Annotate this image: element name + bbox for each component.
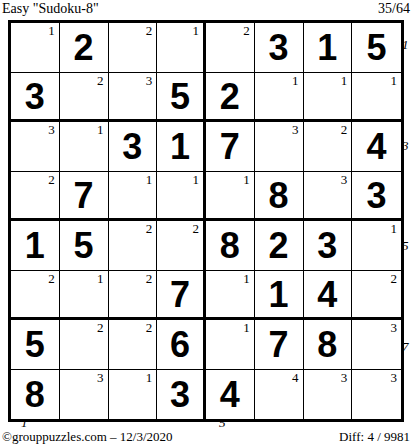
cell-r8c1[interactable]: 8 [11,370,60,420]
cell-r2c5[interactable]: 2 [206,73,255,123]
pencil-mark: 1 [243,320,250,335]
cell-r1c8[interactable]: 5 [352,23,401,73]
cell-r1c4[interactable]: 1 [157,23,206,73]
cell-r8c6[interactable]: 4 [255,370,304,420]
given-digit: 8 [11,370,59,420]
cell-r5c4[interactable]: 2 [157,221,206,271]
cell-r7c7[interactable]: 8 [304,320,353,370]
pencil-mark: 2 [341,122,348,137]
puzzle-title: Easy "Sudoku-8" [2,1,99,16]
given-digit: 7 [157,271,203,318]
difficulty-text: Diff: 4 / 9981 [339,429,410,444]
given-digit: 1 [11,221,59,270]
cell-r3c1[interactable]: 3 [11,122,60,172]
cell-r7c2[interactable]: 2 [60,320,109,370]
cell-r2c8[interactable]: 1 [352,73,401,123]
given-digit: 2 [255,221,303,270]
cell-r6c4[interactable]: 7 [157,271,206,321]
cell-r6c2[interactable]: 1 [60,271,109,321]
pencil-mark: 1 [97,271,104,286]
pencil-mark: 3 [146,73,153,88]
pencil-mark: 1 [243,172,250,187]
column-labels: 15 [8,416,404,430]
cell-r5c7[interactable]: 3 [304,221,353,271]
pencil-mark: 4 [292,370,299,385]
pencil-mark: 1 [146,172,153,187]
cell-r6c5[interactable]: 1 [206,271,255,321]
cell-r5c5[interactable]: 8 [206,221,255,271]
copyright-text: ©grouppuzzles.com – 12/3/2020 [2,429,173,444]
cell-r3c4[interactable]: 1 [157,122,206,172]
cell-r6c1[interactable]: 2 [11,271,60,321]
cell-r8c8[interactable]: 3 [352,370,401,420]
cell-r2c6[interactable]: 1 [255,73,304,123]
cell-r1c7[interactable]: 1 [304,23,353,73]
sudoku-board: 1221231532352111313173242711183315228231… [8,20,404,422]
cell-r7c6[interactable]: 7 [255,320,304,370]
pencil-mark: 1 [146,370,153,385]
given-digit: 8 [206,221,254,270]
cell-r1c1[interactable]: 1 [11,23,60,73]
cell-r1c6[interactable]: 3 [255,23,304,73]
puzzle-page: Easy "Sudoku-8" 35/64 122123153235211131… [0,0,412,447]
cell-r7c5[interactable]: 1 [206,320,255,370]
given-digit: 4 [206,370,254,420]
given-digit: 5 [11,320,59,369]
cell-r2c7[interactable]: 1 [304,73,353,123]
cell-r8c7[interactable]: 3 [304,370,353,420]
cell-r2c3[interactable]: 3 [109,73,158,123]
cell-r8c2[interactable]: 3 [60,370,109,420]
cell-r4c5[interactable]: 1 [206,172,255,222]
cell-r8c5[interactable]: 4 [206,370,255,420]
given-digit: 3 [304,221,352,270]
row-label-5: 5 [402,221,412,271]
given-digit: 7 [60,172,108,219]
pencil-mark: 2 [48,271,55,286]
pencil-mark: 2 [243,23,250,38]
given-digit: 3 [109,122,157,171]
given-digit: 3 [157,370,203,420]
pencil-mark: 1 [48,23,55,38]
given-digit: 4 [304,271,352,318]
cell-r3c8[interactable]: 4 [352,122,401,172]
given-digit: 8 [255,172,303,219]
column-label-5: 5 [206,416,256,430]
pencil-mark: 1 [391,221,398,236]
given-digit: 5 [157,73,203,120]
cell-r2c2[interactable]: 2 [60,73,109,123]
given-digit: 2 [60,23,108,72]
row-labels: 1357 [402,20,412,422]
cell-r5c6[interactable]: 2 [255,221,304,271]
pencil-mark: 1 [391,73,398,88]
pencil-mark: 3 [97,370,104,385]
pencil-mark: 3 [391,320,398,335]
cell-r1c2[interactable]: 2 [60,23,109,73]
pencil-mark: 1 [243,271,250,286]
pencil-mark: 1 [193,172,200,187]
given-digit: 8 [304,320,352,369]
given-digit: 3 [352,172,401,219]
pencil-mark: 2 [48,172,55,187]
cell-r4c3[interactable]: 1 [109,172,158,222]
given-digit: 3 [255,23,303,72]
given-digit: 1 [157,122,203,171]
given-digit: 7 [206,122,254,171]
cell-r8c4[interactable]: 3 [157,370,206,420]
cell-r7c3[interactable]: 2 [109,320,158,370]
cell-r4c6[interactable]: 8 [255,172,304,222]
pencil-mark: 3 [341,370,348,385]
row-label-3: 3 [402,121,412,171]
cell-r4c4[interactable]: 1 [157,172,206,222]
cell-r5c2[interactable]: 5 [60,221,109,271]
footer: ©grouppuzzles.com – 12/3/2020 Diff: 4 / … [2,429,410,444]
pencil-mark: 2 [146,271,153,286]
cell-r5c1[interactable]: 1 [11,221,60,271]
pencil-mark: 1 [341,73,348,88]
given-digit: 4 [352,122,401,171]
cell-r3c7[interactable]: 2 [304,122,353,172]
remaining-counter: 35/64 [378,1,410,16]
cell-r6c7[interactable]: 4 [304,271,353,321]
cell-r3c6[interactable]: 3 [255,122,304,172]
cell-r7c1[interactable]: 5 [11,320,60,370]
pencil-mark: 2 [146,320,153,335]
given-digit: 7 [255,320,303,369]
given-digit: 6 [157,320,203,369]
pencil-mark: 2 [146,221,153,236]
pencil-mark: 1 [193,23,200,38]
given-digit: 1 [304,23,352,72]
column-label-1: 1 [8,416,58,430]
cell-r4c1[interactable]: 2 [11,172,60,222]
pencil-mark: 3 [341,172,348,187]
cell-r8c3[interactable]: 1 [109,370,158,420]
cell-r3c3[interactable]: 3 [109,122,158,172]
cell-r2c4[interactable]: 5 [157,73,206,123]
row-label-7: 7 [402,322,412,372]
pencil-mark: 2 [146,23,153,38]
given-digit: 2 [206,73,254,120]
pencil-mark: 2 [97,320,104,335]
pencil-mark: 1 [97,122,104,137]
cell-r4c7[interactable]: 3 [304,172,353,222]
pencil-mark: 3 [292,122,299,137]
given-digit: 5 [60,221,108,270]
pencil-mark: 3 [48,122,55,137]
cell-r7c8[interactable]: 3 [352,320,401,370]
cell-r6c3[interactable]: 2 [109,271,158,321]
pencil-mark: 2 [391,271,398,286]
row-label-1: 1 [402,20,412,70]
cell-r4c2[interactable]: 7 [60,172,109,222]
cell-r3c2[interactable]: 1 [60,122,109,172]
given-digit: 5 [352,23,401,72]
cell-r1c5[interactable]: 2 [206,23,255,73]
cell-r5c8[interactable]: 1 [352,221,401,271]
pencil-mark: 1 [292,73,299,88]
cell-r7c4[interactable]: 6 [157,320,206,370]
given-digit: 1 [255,271,303,318]
cell-r4c8[interactable]: 3 [352,172,401,222]
pencil-mark: 2 [193,221,200,236]
cell-r3c5[interactable]: 7 [206,122,255,172]
cell-r5c3[interactable]: 2 [109,221,158,271]
cell-r1c3[interactable]: 2 [109,23,158,73]
pencil-mark: 3 [391,370,398,385]
pencil-mark: 2 [97,73,104,88]
given-digit: 3 [11,73,59,120]
header: Easy "Sudoku-8" 35/64 [2,1,410,16]
cell-r6c8[interactable]: 2 [352,271,401,321]
cell-r2c1[interactable]: 3 [11,73,60,123]
cell-r6c6[interactable]: 1 [255,271,304,321]
